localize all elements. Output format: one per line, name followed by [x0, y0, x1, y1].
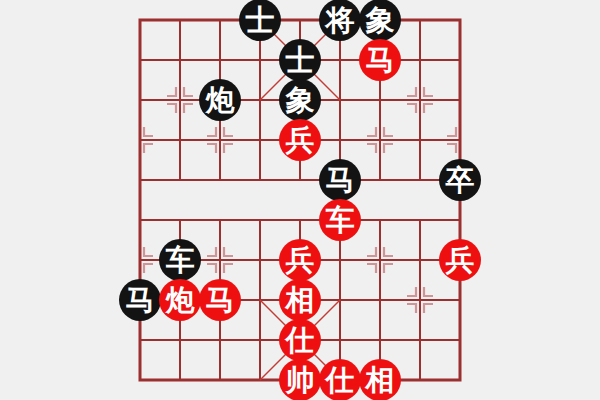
xiangqi-board-screenshot: 士将象士马炮象兵马卒车车兵兵马炮马相仕帅仕相 [0, 0, 600, 400]
black-advisor[interactable]: 士 [279, 39, 321, 81]
red-chariot[interactable]: 车 [319, 199, 361, 241]
black-horse[interactable]: 马 [319, 159, 361, 201]
piece-layer[interactable]: 士将象士马炮象兵马卒车车兵兵马炮马相仕帅仕相 [120, 0, 480, 400]
black-horse[interactable]: 马 [119, 279, 161, 321]
red-horse[interactable]: 马 [359, 39, 401, 81]
red-advisor[interactable]: 仕 [279, 319, 321, 361]
black-chariot[interactable]: 车 [159, 239, 201, 281]
black-elephant[interactable]: 象 [279, 79, 321, 121]
black-general[interactable]: 将 [319, 0, 361, 41]
red-soldier[interactable]: 兵 [279, 119, 321, 161]
red-elephant[interactable]: 相 [279, 279, 321, 321]
red-advisor[interactable]: 仕 [319, 359, 361, 400]
red-elephant[interactable]: 相 [359, 359, 401, 400]
red-general[interactable]: 帅 [279, 359, 321, 400]
red-soldier[interactable]: 兵 [279, 239, 321, 281]
red-horse[interactable]: 马 [199, 279, 241, 321]
red-cannon[interactable]: 炮 [159, 279, 201, 321]
black-cannon[interactable]: 炮 [199, 79, 241, 121]
black-advisor[interactable]: 士 [239, 0, 281, 41]
black-elephant[interactable]: 象 [359, 0, 401, 41]
red-soldier[interactable]: 兵 [439, 239, 481, 281]
black-soldier[interactable]: 卒 [439, 159, 481, 201]
